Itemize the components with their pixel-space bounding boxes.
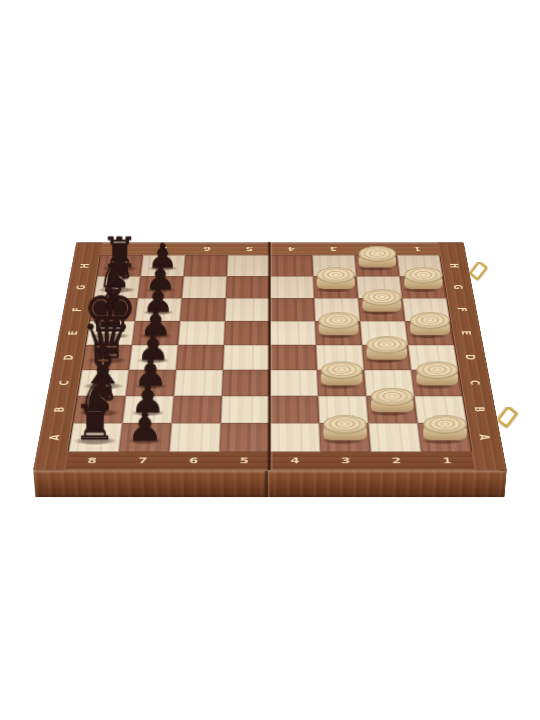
draughts-man-f2[interactable] bbox=[361, 289, 402, 314]
draughts-man-c3[interactable] bbox=[320, 361, 364, 388]
board-3d-stage: 8877665544332211HHGGFFEEDDCCBBAA ♜♞♝♛♚♝♞… bbox=[33, 242, 507, 470]
draughts-man-top bbox=[367, 336, 408, 353]
rank-label-far-6: 6 bbox=[185, 243, 228, 254]
draughts-man-top bbox=[323, 415, 367, 433]
draughts-man-top bbox=[423, 415, 467, 433]
file-label-right-F: F bbox=[439, 304, 486, 316]
pawn-glyph: ♟ bbox=[110, 408, 180, 445]
brass-clasp-loop-icon bbox=[497, 406, 518, 428]
draughts-man-top bbox=[321, 361, 363, 379]
file-label-right-H: H bbox=[432, 260, 477, 271]
front-face-seam bbox=[264, 470, 270, 497]
rank-label-far-3: 3 bbox=[312, 243, 355, 254]
draughts-man-top bbox=[371, 388, 414, 406]
product-photo-scene: 8877665544332211HHGGFFEEDDCCBBAA ♜♞♝♛♚♝♞… bbox=[0, 0, 540, 720]
chess-piece-pawn-a7[interactable]: ♟ bbox=[110, 364, 180, 442]
chessboard: 8877665544332211HHGGFFEEDDCCBBAA ♜♞♝♛♚♝♞… bbox=[33, 242, 507, 470]
draughts-man-top bbox=[416, 361, 458, 379]
draughts-man-e3[interactable] bbox=[318, 312, 360, 338]
draughts-man-b2[interactable] bbox=[370, 388, 415, 416]
draughts-man-a1[interactable] bbox=[422, 415, 468, 443]
draughts-man-d2[interactable] bbox=[365, 336, 408, 362]
rank-label-far-4: 4 bbox=[270, 243, 312, 254]
file-label-right-G: G bbox=[435, 281, 481, 292]
draughts-man-g3[interactable] bbox=[316, 267, 356, 292]
draughts-man-c1[interactable] bbox=[415, 361, 459, 388]
rank-label-far-2: 2 bbox=[354, 243, 397, 254]
draughts-man-a3[interactable] bbox=[322, 415, 368, 443]
rank-label-far-8: 8 bbox=[101, 243, 145, 254]
draughts-man-top bbox=[319, 312, 359, 329]
file-label-right-E: E bbox=[442, 327, 490, 339]
board-front-side-face bbox=[33, 470, 507, 497]
draughts-man-top bbox=[362, 289, 401, 306]
rank-label-far-5: 5 bbox=[228, 243, 270, 254]
file-label-left-H: H bbox=[63, 260, 108, 271]
hinge-fold-seam bbox=[267, 242, 274, 470]
rank-label-far-1: 1 bbox=[396, 243, 440, 254]
brass-clasp-2 bbox=[497, 407, 516, 428]
draughts-man-top bbox=[317, 267, 355, 283]
rank-label-far-7: 7 bbox=[143, 243, 186, 254]
